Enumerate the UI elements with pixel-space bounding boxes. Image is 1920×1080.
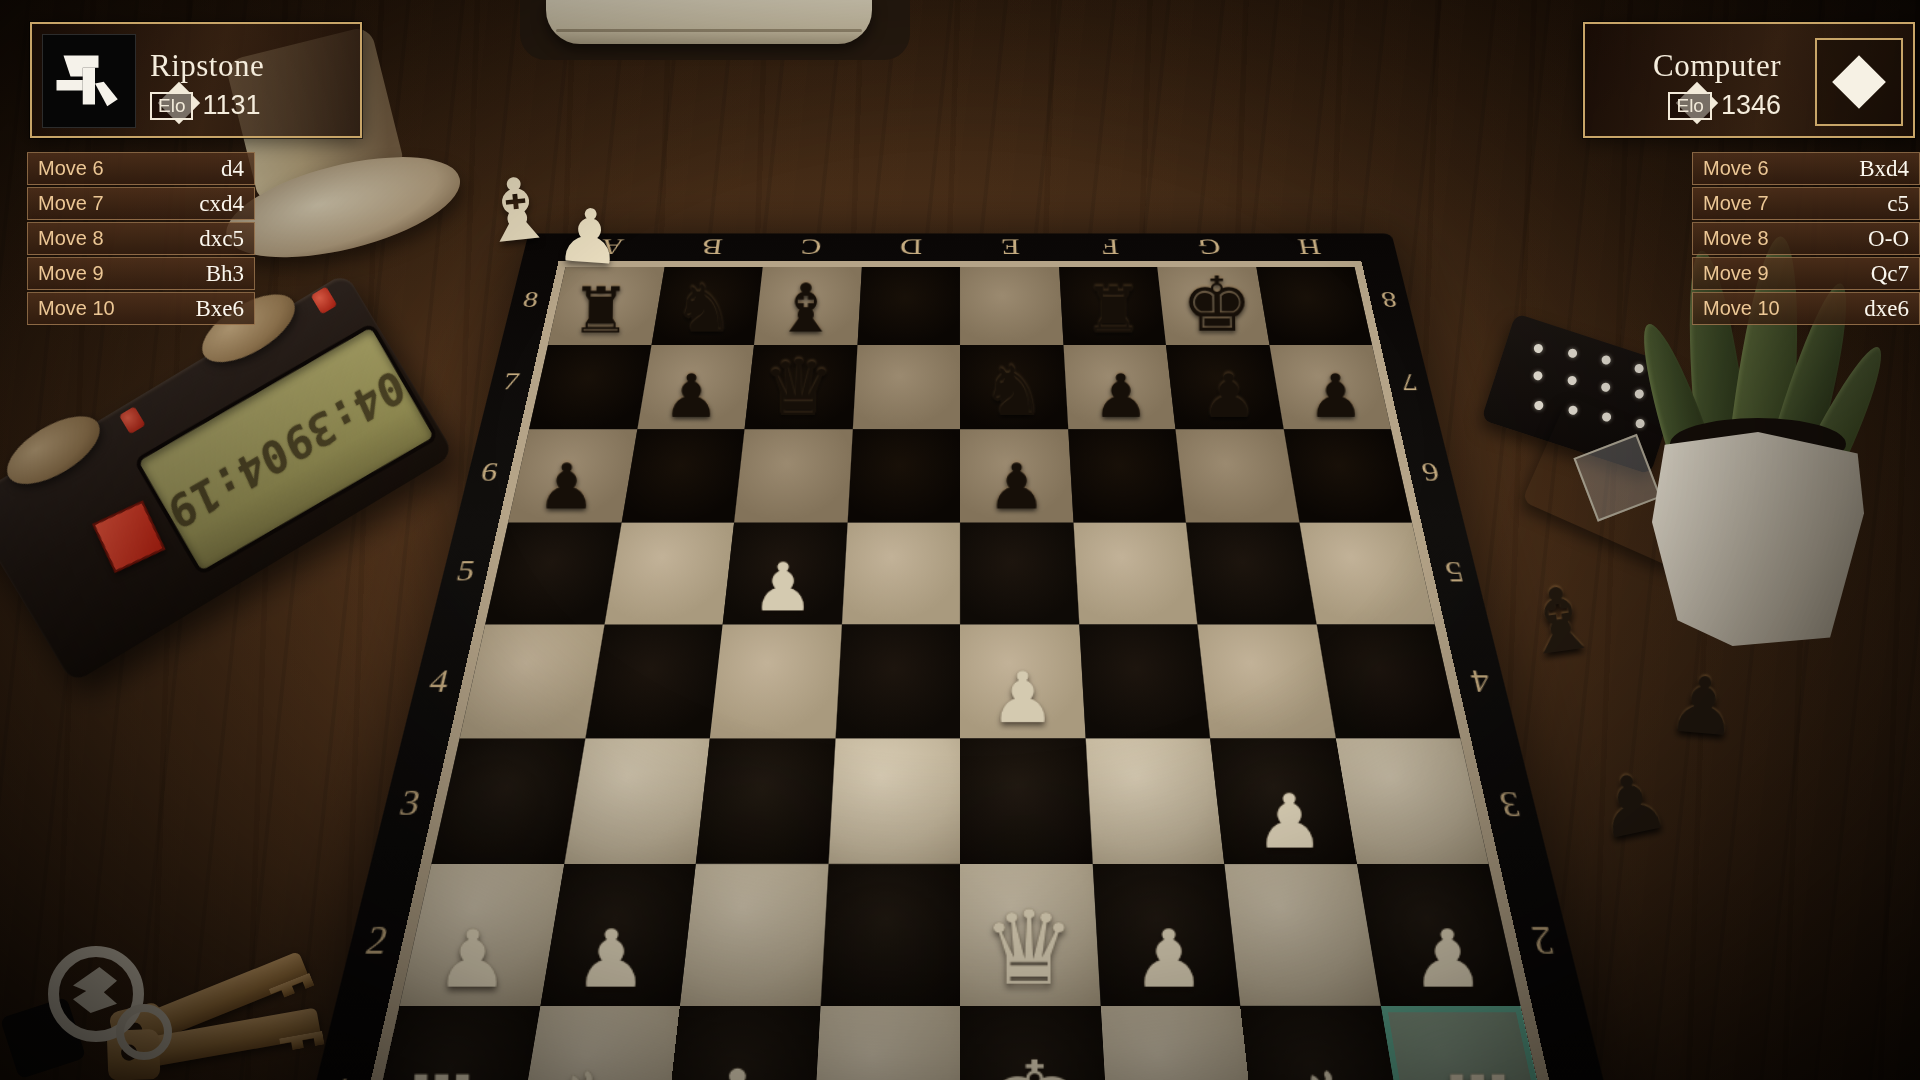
square-g5[interactable] bbox=[1186, 522, 1316, 624]
black-pawn-h7[interactable]: ♟ bbox=[1307, 368, 1364, 425]
square-e4[interactable]: ♟ bbox=[960, 624, 1085, 737]
square-c1[interactable]: ♝ bbox=[662, 1005, 820, 1080]
square-b6[interactable] bbox=[621, 429, 744, 522]
square-g8[interactable]: ♚ bbox=[1157, 267, 1269, 345]
black-knight-b8[interactable]: ♞ bbox=[672, 279, 734, 341]
square-c5[interactable]: ♟ bbox=[723, 522, 847, 624]
square-h4[interactable] bbox=[1316, 624, 1460, 737]
square-c7[interactable]: ♛ bbox=[745, 345, 857, 430]
square-f2[interactable]: ♟ bbox=[1092, 864, 1240, 1005]
file-labels-top: ABCDEFGH bbox=[559, 233, 1362, 260]
white-pawn-f2[interactable]: ♟ bbox=[1132, 923, 1206, 999]
keypad-button bbox=[1600, 382, 1611, 393]
player-card-white: Ripstone Elo 1131 bbox=[30, 22, 362, 138]
move-label: Move 9 bbox=[38, 262, 104, 285]
chair-cushion bbox=[546, 0, 872, 44]
clock-time-far: 04:39 bbox=[276, 359, 412, 472]
chess-board-area: ABCDEFGH ABCDEFGH 12345678 12345678 ♜♞♝♜… bbox=[468, 168, 1452, 978]
black-rook-a8[interactable]: ♜ bbox=[570, 281, 631, 341]
square-a3[interactable] bbox=[431, 738, 584, 864]
move-row-black-8: Move 8O-O bbox=[1692, 222, 1920, 255]
square-b2[interactable]: ♟ bbox=[540, 864, 696, 1005]
square-b3[interactable] bbox=[564, 738, 710, 864]
square-h1[interactable]: ♜ bbox=[1380, 1005, 1556, 1080]
white-pawn-a2[interactable]: ♟ bbox=[434, 923, 509, 999]
player-name-white: Ripstone bbox=[150, 48, 264, 84]
keypad-button bbox=[1533, 343, 1544, 354]
file-label-C: C bbox=[759, 233, 861, 260]
square-d4[interactable] bbox=[835, 624, 960, 737]
key-ring bbox=[8, 940, 338, 1080]
move-value: Bxd4 bbox=[1859, 156, 1909, 182]
move-row-white-10: Move 10Bxe6 bbox=[27, 292, 255, 325]
elo-row-white: Elo 1131 bbox=[150, 90, 261, 121]
chess-board-frame: ABCDEFGH ABCDEFGH 12345678 12345678 ♜♞♝♜… bbox=[275, 233, 1645, 1080]
move-value: dxe6 bbox=[1864, 296, 1909, 322]
square-e6[interactable]: ♟ bbox=[960, 429, 1073, 522]
move-row-black-10: Move 10dxe6 bbox=[1692, 292, 1920, 325]
move-label: Move 6 bbox=[38, 157, 104, 180]
square-f7[interactable]: ♟ bbox=[1063, 345, 1175, 430]
square-a6[interactable]: ♟ bbox=[508, 429, 637, 522]
move-value: c5 bbox=[1887, 191, 1909, 217]
keypad-button bbox=[1566, 375, 1577, 386]
square-d5[interactable] bbox=[841, 522, 960, 624]
black-pawn-f7[interactable]: ♟ bbox=[1093, 368, 1150, 425]
square-f1[interactable] bbox=[1100, 1005, 1258, 1080]
black-bishop-c8[interactable]: ♝ bbox=[774, 277, 838, 341]
square-e8[interactable] bbox=[960, 267, 1063, 345]
white-knight-g1[interactable]: ♞ bbox=[1286, 1064, 1376, 1080]
square-a5[interactable] bbox=[485, 522, 621, 624]
black-knight-e7[interactable]: ♞ bbox=[981, 360, 1046, 425]
chess-board-grid: ♜♞♝♜♚♟♛♞♟♟♟♟♟♟♟♟♟♟♛♟♟♜♞♝♚♞♜ bbox=[348, 261, 1572, 1080]
move-value: cxd4 bbox=[199, 191, 244, 217]
square-d1[interactable] bbox=[811, 1005, 960, 1080]
elo-value-black: 1346 bbox=[1721, 90, 1781, 121]
white-bishop-c1[interactable]: ♝ bbox=[691, 1062, 784, 1080]
move-row-white-8: Move 8dxc5 bbox=[27, 222, 255, 255]
move-row-black-7: Move 7c5 bbox=[1692, 187, 1920, 220]
file-label-D: D bbox=[860, 233, 960, 260]
square-b1[interactable]: ♞ bbox=[513, 1005, 680, 1080]
clock-time-near: 04:19 bbox=[160, 426, 296, 539]
black-rook-f8[interactable]: ♜ bbox=[1084, 281, 1144, 341]
square-g6[interactable] bbox=[1175, 429, 1298, 522]
elo-badge-black: Elo bbox=[1668, 92, 1711, 120]
black-king-g8[interactable]: ♚ bbox=[1180, 270, 1252, 342]
move-label: Move 10 bbox=[38, 297, 115, 320]
square-f4[interactable] bbox=[1079, 624, 1210, 737]
square-h3[interactable] bbox=[1335, 738, 1488, 864]
plant-pot bbox=[1652, 432, 1864, 646]
white-pawn-e4[interactable]: ♟ bbox=[989, 666, 1055, 733]
square-a4[interactable] bbox=[460, 624, 604, 737]
square-d7[interactable] bbox=[852, 345, 960, 430]
captured-white-pawn: ♟ bbox=[553, 198, 624, 276]
square-d6[interactable] bbox=[847, 429, 960, 522]
keypad-button bbox=[1600, 354, 1611, 365]
file-label-H: H bbox=[1256, 233, 1361, 260]
black-pawn-e6[interactable]: ♟ bbox=[987, 458, 1046, 518]
keypad-button bbox=[1567, 348, 1578, 359]
move-label: Move 6 bbox=[1703, 157, 1769, 180]
square-e3[interactable] bbox=[960, 738, 1092, 864]
square-g7[interactable]: ♟ bbox=[1166, 345, 1283, 430]
square-a1[interactable]: ♜ bbox=[364, 1005, 540, 1080]
move-list-black: Move 6Bxd4Move 7c5Move 8O-OMove 9Qc7Move… bbox=[1692, 152, 1920, 327]
black-queen-c7[interactable]: ♛ bbox=[763, 352, 836, 425]
square-e7[interactable]: ♞ bbox=[960, 345, 1068, 430]
white-king-e1[interactable]: ♚ bbox=[983, 1050, 1086, 1080]
move-row-white-6: Move 6d4 bbox=[27, 152, 255, 185]
square-h2[interactable]: ♟ bbox=[1356, 864, 1520, 1005]
player-name-black: Computer bbox=[1653, 48, 1781, 84]
move-value: dxc5 bbox=[199, 226, 244, 252]
white-pawn-b2[interactable]: ♟ bbox=[574, 923, 648, 999]
square-c3[interactable] bbox=[696, 738, 835, 864]
key-ring-loop bbox=[116, 1004, 172, 1060]
move-row-white-7: Move 7cxd4 bbox=[27, 187, 255, 220]
black-pawn-g7[interactable]: ♟ bbox=[1200, 368, 1257, 425]
square-c8[interactable]: ♝ bbox=[754, 267, 861, 345]
square-f8[interactable]: ♜ bbox=[1059, 267, 1166, 345]
square-b8[interactable]: ♞ bbox=[651, 267, 763, 345]
square-f5[interactable] bbox=[1073, 522, 1197, 624]
keypad-button bbox=[1533, 400, 1544, 411]
square-g4[interactable] bbox=[1197, 624, 1335, 737]
player-card-black: Computer Elo 1346 bbox=[1583, 22, 1915, 138]
move-value: d4 bbox=[221, 156, 244, 182]
move-value: Qc7 bbox=[1871, 261, 1909, 287]
square-g3[interactable]: ♟ bbox=[1210, 738, 1356, 864]
square-c4[interactable] bbox=[710, 624, 841, 737]
keypad-button bbox=[1532, 370, 1543, 381]
captured-black-pawn: ♟ bbox=[1665, 665, 1741, 749]
white-knight-b1[interactable]: ♞ bbox=[544, 1064, 634, 1080]
white-pawn-g3[interactable]: ♟ bbox=[1254, 787, 1324, 858]
square-e5[interactable] bbox=[960, 522, 1079, 624]
square-d8[interactable] bbox=[857, 267, 960, 345]
square-c2[interactable] bbox=[680, 864, 828, 1005]
move-value: Bh3 bbox=[206, 261, 244, 287]
square-d2[interactable] bbox=[820, 864, 960, 1005]
elo-value-white: 1131 bbox=[202, 90, 260, 121]
move-label: Move 10 bbox=[1703, 297, 1780, 320]
move-value: O-O bbox=[1868, 226, 1909, 252]
square-f6[interactable] bbox=[1068, 429, 1186, 522]
elo-badge-white: Elo bbox=[150, 92, 193, 120]
file-label-F: F bbox=[1059, 233, 1161, 260]
move-list-white: Move 6d4Move 7cxd4Move 8dxc5Move 9Bh3Mov… bbox=[27, 152, 255, 327]
square-h8[interactable] bbox=[1256, 267, 1372, 345]
square-b5[interactable] bbox=[604, 522, 734, 624]
white-pawn-c5[interactable]: ♟ bbox=[751, 557, 814, 620]
square-h6[interactable] bbox=[1283, 429, 1412, 522]
ripstone-logo-icon bbox=[42, 34, 136, 128]
square-d3[interactable] bbox=[828, 738, 960, 864]
black-pawn-a6[interactable]: ♟ bbox=[536, 458, 596, 518]
square-a7[interactable] bbox=[529, 345, 651, 430]
square-g2[interactable] bbox=[1224, 864, 1380, 1005]
white-rook-a1[interactable]: ♜ bbox=[397, 1067, 485, 1080]
square-b4[interactable] bbox=[585, 624, 723, 737]
move-row-white-9: Move 9Bh3 bbox=[27, 257, 255, 290]
computer-avatar bbox=[1815, 38, 1903, 126]
move-label: Move 9 bbox=[1703, 262, 1769, 285]
file-label-B: B bbox=[659, 233, 762, 260]
move-label: Move 8 bbox=[1703, 227, 1769, 250]
square-a2[interactable]: ♟ bbox=[400, 864, 564, 1005]
square-h5[interactable] bbox=[1299, 522, 1435, 624]
file-label-E: E bbox=[960, 233, 1060, 260]
black-pawn-b7[interactable]: ♟ bbox=[663, 368, 720, 425]
elo-row-black: Elo 1346 bbox=[1668, 90, 1781, 121]
move-label: Move 7 bbox=[1703, 192, 1769, 215]
move-label: Move 7 bbox=[38, 192, 104, 215]
white-queen-e2[interactable]: ♛ bbox=[983, 901, 1077, 998]
diamond-icon bbox=[1832, 55, 1886, 109]
move-value: Bxe6 bbox=[195, 296, 244, 322]
square-f3[interactable] bbox=[1085, 738, 1224, 864]
square-h7[interactable]: ♟ bbox=[1269, 345, 1391, 430]
file-label-G: G bbox=[1158, 233, 1261, 260]
move-row-black-9: Move 9Qc7 bbox=[1692, 257, 1920, 290]
square-e1[interactable]: ♚ bbox=[960, 1005, 1109, 1080]
square-c6[interactable] bbox=[734, 429, 852, 522]
move-row-black-6: Move 6Bxd4 bbox=[1692, 152, 1920, 185]
move-label: Move 8 bbox=[38, 227, 104, 250]
captured-white-bishop: ♝ bbox=[474, 164, 560, 258]
captured-black-bishop: ♝ bbox=[1514, 573, 1604, 671]
square-e2[interactable]: ♛ bbox=[960, 864, 1100, 1005]
white-rook-h1[interactable]: ♜ bbox=[1435, 1067, 1523, 1080]
white-pawn-h2[interactable]: ♟ bbox=[1411, 923, 1486, 999]
square-b7[interactable]: ♟ bbox=[637, 345, 754, 430]
